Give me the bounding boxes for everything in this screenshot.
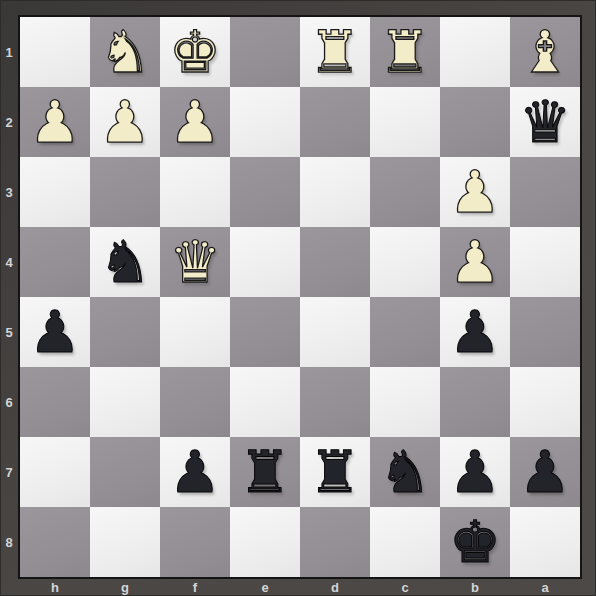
square-h4[interactable] [20,227,90,297]
board-frame: 12345678 ♞♚♜♜♝♟♟♟♛♟♞♛♟♟♟♟♜♜♞♟♟♚ hgfedcba [0,0,596,596]
piece-white-knight-g1[interactable]: ♞ [99,17,151,87]
square-f6[interactable] [160,367,230,437]
square-a8[interactable] [510,507,580,577]
square-e4[interactable] [230,227,300,297]
square-c1[interactable]: ♜ [370,17,440,87]
square-e6[interactable] [230,367,300,437]
square-g2[interactable]: ♟ [90,87,160,157]
piece-black-queen-a2[interactable]: ♛ [519,87,571,157]
file-label-e: e [230,579,300,596]
square-g5[interactable] [90,297,160,367]
square-d5[interactable] [300,297,370,367]
square-a4[interactable] [510,227,580,297]
square-e1[interactable] [230,17,300,87]
piece-black-rook-e7[interactable]: ♜ [239,437,291,507]
square-a3[interactable] [510,157,580,227]
square-b6[interactable] [440,367,510,437]
piece-white-pawn-h2[interactable]: ♟ [29,87,81,157]
square-e8[interactable] [230,507,300,577]
rank-label-8: 8 [0,507,18,577]
square-a5[interactable] [510,297,580,367]
square-e2[interactable] [230,87,300,157]
square-h7[interactable] [20,437,90,507]
file-label-h: h [20,579,90,596]
file-label-a: a [510,579,580,596]
square-d6[interactable] [300,367,370,437]
square-d3[interactable] [300,157,370,227]
file-labels: hgfedcba [20,579,580,596]
square-h3[interactable] [20,157,90,227]
square-f1[interactable]: ♚ [160,17,230,87]
square-e5[interactable] [230,297,300,367]
square-b7[interactable]: ♟ [440,437,510,507]
piece-black-king-b8[interactable]: ♚ [449,507,501,577]
piece-white-queen-f4[interactable]: ♛ [169,227,221,297]
square-h8[interactable] [20,507,90,577]
square-d7[interactable]: ♜ [300,437,370,507]
rank-label-4: 4 [0,227,18,297]
piece-white-king-f1[interactable]: ♚ [169,17,221,87]
square-g7[interactable] [90,437,160,507]
square-b2[interactable] [440,87,510,157]
square-b5[interactable]: ♟ [440,297,510,367]
piece-black-pawn-b7[interactable]: ♟ [449,437,501,507]
square-c8[interactable] [370,507,440,577]
piece-white-rook-c1[interactable]: ♜ [379,17,431,87]
rank-label-6: 6 [0,367,18,437]
chess-board: ♞♚♜♜♝♟♟♟♛♟♞♛♟♟♟♟♜♜♞♟♟♚ [18,15,582,579]
square-f4[interactable]: ♛ [160,227,230,297]
piece-white-bishop-a1[interactable]: ♝ [519,17,571,87]
piece-black-pawn-a7[interactable]: ♟ [519,437,571,507]
piece-black-knight-g4[interactable]: ♞ [99,227,151,297]
rank-label-5: 5 [0,297,18,367]
square-d8[interactable] [300,507,370,577]
square-f5[interactable] [160,297,230,367]
piece-black-pawn-b5[interactable]: ♟ [449,297,501,367]
square-g1[interactable]: ♞ [90,17,160,87]
square-c4[interactable] [370,227,440,297]
square-h1[interactable] [20,17,90,87]
square-f2[interactable]: ♟ [160,87,230,157]
square-c6[interactable] [370,367,440,437]
square-b1[interactable] [440,17,510,87]
rank-label-2: 2 [0,87,18,157]
square-a2[interactable]: ♛ [510,87,580,157]
piece-white-pawn-b4[interactable]: ♟ [449,227,501,297]
square-b8[interactable]: ♚ [440,507,510,577]
file-label-f: f [160,579,230,596]
square-a6[interactable] [510,367,580,437]
square-f7[interactable]: ♟ [160,437,230,507]
rank-label-7: 7 [0,437,18,507]
piece-white-pawn-b3[interactable]: ♟ [449,157,501,227]
square-a1[interactable]: ♝ [510,17,580,87]
square-h6[interactable] [20,367,90,437]
square-d4[interactable] [300,227,370,297]
piece-black-rook-d7[interactable]: ♜ [309,437,361,507]
square-e7[interactable]: ♜ [230,437,300,507]
square-e3[interactable] [230,157,300,227]
file-label-d: d [300,579,370,596]
piece-black-pawn-f7[interactable]: ♟ [169,437,221,507]
square-c2[interactable] [370,87,440,157]
square-f8[interactable] [160,507,230,577]
file-label-b: b [440,579,510,596]
piece-white-pawn-f2[interactable]: ♟ [169,87,221,157]
square-c5[interactable] [370,297,440,367]
square-g4[interactable]: ♞ [90,227,160,297]
rank-labels: 12345678 [0,17,18,577]
rank-label-1: 1 [0,17,18,87]
file-label-c: c [370,579,440,596]
square-f3[interactable] [160,157,230,227]
square-h2[interactable]: ♟ [20,87,90,157]
square-b3[interactable]: ♟ [440,157,510,227]
square-c3[interactable] [370,157,440,227]
square-h5[interactable]: ♟ [20,297,90,367]
square-g6[interactable] [90,367,160,437]
piece-white-pawn-g2[interactable]: ♟ [99,87,151,157]
piece-black-knight-c7[interactable]: ♞ [379,437,431,507]
square-d2[interactable] [300,87,370,157]
file-label-g: g [90,579,160,596]
piece-white-rook-d1[interactable]: ♜ [309,17,361,87]
square-b4[interactable]: ♟ [440,227,510,297]
square-d1[interactable]: ♜ [300,17,370,87]
square-c7[interactable]: ♞ [370,437,440,507]
square-g8[interactable] [90,507,160,577]
piece-black-pawn-h5[interactable]: ♟ [29,297,81,367]
rank-label-3: 3 [0,157,18,227]
square-g3[interactable] [90,157,160,227]
square-a7[interactable]: ♟ [510,437,580,507]
